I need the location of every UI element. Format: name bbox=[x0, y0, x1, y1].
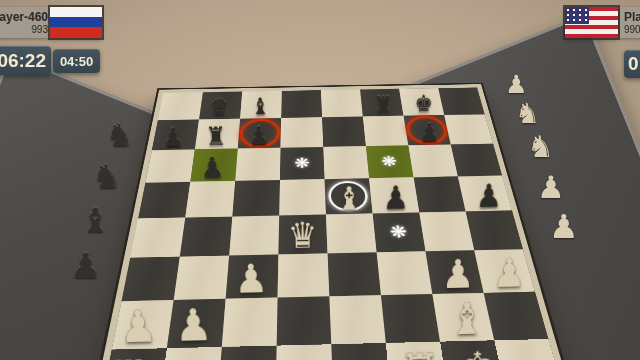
square-g7[interactable]: ♟ bbox=[404, 115, 451, 145]
square-b4[interactable] bbox=[180, 216, 233, 256]
square-b8[interactable]: ♛ bbox=[199, 92, 242, 120]
square-f1[interactable]: ♜ bbox=[386, 342, 449, 360]
black-pawn-b6[interactable]: ♟ bbox=[200, 153, 225, 180]
black-pawn-f5[interactable]: ♟ bbox=[382, 182, 408, 213]
left-secondary-clock-value: 04:50 bbox=[60, 54, 93, 69]
square-c3[interactable]: ♟ bbox=[226, 254, 279, 298]
square-h5[interactable]: ♟ bbox=[458, 176, 512, 212]
right-player-name: Pla bbox=[624, 11, 640, 24]
board-perspective-wrapper: ♛♝♜♚♟♜♟♟♟❋❋♝♟♟♛❋♟♟♟♟♟♝♜♜♚ bbox=[95, 84, 554, 360]
white-king-g1[interactable]: ♚ bbox=[457, 346, 498, 360]
square-h3[interactable]: ♟ bbox=[474, 249, 535, 293]
left-main-clock-value: 06:22 bbox=[0, 50, 46, 72]
square-e8[interactable] bbox=[321, 89, 363, 117]
square-a4[interactable] bbox=[130, 217, 185, 257]
square-a3[interactable] bbox=[121, 257, 179, 302]
square-h2[interactable] bbox=[484, 292, 549, 341]
black-pawn-h5[interactable]: ♟ bbox=[476, 180, 502, 211]
square-b2[interactable]: ♟ bbox=[167, 299, 226, 348]
game-screen: ♛♝♜♚♟♜♟♟♟❋❋♝♟♟♛❋♟♟♟♟♟♝♜♜♚ Player-460 993… bbox=[0, 0, 640, 360]
square-a1[interactable]: ♜ bbox=[101, 348, 167, 360]
square-h1[interactable] bbox=[494, 339, 563, 360]
square-f4[interactable]: ❋ bbox=[373, 213, 426, 253]
square-f3[interactable] bbox=[377, 251, 433, 295]
white-rook-f1[interactable]: ♜ bbox=[399, 348, 441, 360]
white-queen-d4[interactable]: ♛ bbox=[287, 219, 317, 253]
move-target-marker[interactable]: ❋ bbox=[294, 155, 310, 171]
square-b3[interactable] bbox=[174, 256, 230, 300]
captured-white-pawn: ♟ bbox=[505, 72, 527, 97]
move-target-marker[interactable]: ❋ bbox=[380, 153, 398, 169]
square-f7[interactable] bbox=[363, 116, 408, 146]
square-c4[interactable] bbox=[229, 215, 279, 255]
black-pawn-g7[interactable]: ♟ bbox=[419, 120, 440, 144]
captured-black-knight: ♞ bbox=[92, 160, 122, 193]
square-e1[interactable] bbox=[331, 343, 391, 360]
square-b5[interactable] bbox=[185, 181, 235, 217]
captured-black-bishop: ♝ bbox=[80, 203, 110, 237]
square-c6[interactable] bbox=[235, 148, 280, 181]
black-rook-b7[interactable]: ♜ bbox=[205, 124, 227, 148]
black-pawn-c7[interactable]: ♟ bbox=[248, 123, 270, 147]
square-h7[interactable] bbox=[444, 114, 493, 144]
square-c1[interactable] bbox=[218, 346, 277, 360]
square-d7[interactable] bbox=[281, 117, 324, 147]
square-g3[interactable]: ♟ bbox=[425, 250, 483, 294]
square-h4[interactable] bbox=[466, 211, 523, 251]
left-secondary-clock: 04:50 bbox=[53, 49, 100, 73]
black-queen-b8[interactable]: ♛ bbox=[210, 97, 229, 119]
left-player-name: Player-460 bbox=[0, 11, 48, 24]
square-g8[interactable]: ♚ bbox=[399, 88, 444, 116]
square-c7[interactable]: ♟ bbox=[238, 118, 281, 148]
square-g6[interactable] bbox=[408, 144, 458, 177]
right-main-clock-value: 0 bbox=[628, 53, 639, 75]
square-f8[interactable]: ♜ bbox=[360, 89, 403, 117]
right-player-rating: 990 bbox=[624, 24, 640, 35]
square-e2[interactable] bbox=[329, 295, 385, 344]
square-d5[interactable] bbox=[279, 179, 326, 215]
captured-black-knight: ♞ bbox=[106, 120, 134, 151]
square-a2[interactable]: ♟ bbox=[112, 300, 174, 350]
square-f5[interactable]: ♟ bbox=[369, 177, 419, 213]
white-bishop-e5[interactable]: ♝ bbox=[336, 183, 363, 214]
black-bishop-c8[interactable]: ♝ bbox=[251, 96, 270, 118]
square-d2[interactable] bbox=[277, 296, 332, 345]
left-main-clock: 06:22 bbox=[0, 46, 51, 75]
left-player-rating: 993 bbox=[0, 24, 48, 35]
square-d6[interactable]: ❋ bbox=[280, 147, 325, 180]
black-pawn-a7[interactable]: ♟ bbox=[162, 125, 184, 149]
square-e7[interactable] bbox=[322, 117, 366, 147]
square-g5[interactable] bbox=[414, 176, 466, 212]
square-b6[interactable]: ♟ bbox=[190, 148, 237, 181]
square-h6[interactable] bbox=[451, 144, 502, 177]
white-pawn-a2[interactable]: ♟ bbox=[119, 306, 159, 349]
square-e6[interactable] bbox=[323, 146, 369, 179]
move-target-marker[interactable]: ❋ bbox=[389, 222, 409, 242]
usa-flag-icon bbox=[565, 7, 618, 38]
square-a8[interactable] bbox=[158, 92, 203, 120]
square-e4[interactable] bbox=[326, 214, 377, 254]
square-e5[interactable]: ♝ bbox=[325, 178, 373, 214]
white-pawn-g3[interactable]: ♟ bbox=[441, 255, 474, 293]
square-a6[interactable] bbox=[145, 149, 195, 182]
square-c2[interactable] bbox=[222, 298, 278, 347]
square-d1[interactable] bbox=[276, 344, 334, 360]
white-pawn-b2[interactable]: ♟ bbox=[174, 304, 213, 347]
captured-black-pawn: ♟ bbox=[70, 248, 101, 283]
square-f2[interactable] bbox=[381, 294, 440, 343]
black-rook-f8[interactable]: ♜ bbox=[374, 94, 392, 116]
white-pawn-h3[interactable]: ♟ bbox=[493, 254, 526, 292]
right-player-panel: Pla 990 bbox=[620, 7, 640, 38]
white-rook-a1[interactable]: ♜ bbox=[107, 355, 151, 360]
captured-white-knight: ♞ bbox=[527, 132, 554, 162]
black-king-g8[interactable]: ♚ bbox=[415, 94, 433, 116]
square-c8[interactable]: ♝ bbox=[240, 91, 282, 119]
square-h8[interactable] bbox=[438, 87, 485, 115]
captured-white-pawn: ♟ bbox=[537, 172, 565, 203]
white-bishop-g2[interactable]: ♝ bbox=[449, 298, 486, 340]
square-b7[interactable]: ♜ bbox=[195, 119, 240, 149]
square-e3[interactable] bbox=[328, 252, 381, 296]
white-pawn-c3[interactable]: ♟ bbox=[234, 259, 268, 297]
captured-white-pawn: ♟ bbox=[549, 210, 579, 243]
square-d8[interactable] bbox=[281, 90, 322, 118]
square-d3[interactable] bbox=[278, 253, 330, 297]
right-main-clock: 0 bbox=[624, 50, 640, 78]
russia-flag-icon bbox=[50, 7, 102, 38]
square-g2[interactable]: ♝ bbox=[432, 293, 494, 342]
left-player-panel: Player-460 993 bbox=[0, 7, 52, 38]
square-c5[interactable] bbox=[232, 180, 280, 216]
square-f6[interactable]: ❋ bbox=[366, 145, 414, 178]
square-d4[interactable]: ♛ bbox=[278, 214, 327, 254]
square-b1[interactable] bbox=[159, 347, 222, 360]
square-g1[interactable]: ♚ bbox=[440, 340, 506, 360]
square-a7[interactable]: ♟ bbox=[152, 120, 199, 151]
captured-white-knight: ♞ bbox=[515, 100, 540, 128]
square-a5[interactable] bbox=[138, 182, 190, 219]
